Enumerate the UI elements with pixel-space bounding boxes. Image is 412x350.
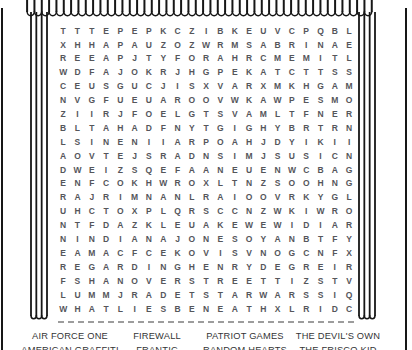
grid-cell-r13c15[interactable]: O: [256, 191, 270, 205]
grid-cell-r7c16[interactable]: L: [270, 107, 284, 121]
grid-cell-r16c7[interactable]: N: [142, 232, 156, 246]
grid-cell-r7c12[interactable]: S: [213, 107, 227, 121]
grid-cell-r17c8[interactable]: E: [156, 246, 170, 260]
grid-cell-r2c15[interactable]: A: [256, 38, 270, 52]
grid-cell-r17c1[interactable]: E: [56, 246, 70, 260]
grid-cell-r9c2[interactable]: S: [70, 135, 84, 149]
grid-cell-r10c6[interactable]: J: [127, 149, 141, 163]
grid-cell-r13c8[interactable]: A: [156, 191, 170, 205]
grid-cell-r2c20[interactable]: A: [328, 38, 342, 52]
grid-cell-r1c19[interactable]: Q: [313, 24, 327, 38]
grid-cell-r17c12[interactable]: I: [213, 246, 227, 260]
grid-cell-r21c14[interactable]: T: [242, 302, 256, 316]
grid-cell-r5c10[interactable]: S: [185, 80, 199, 94]
grid-cell-r10c15[interactable]: J: [256, 149, 270, 163]
grid-cell-r18c18[interactable]: R: [299, 260, 313, 274]
grid-cell-r13c7[interactable]: N: [142, 191, 156, 205]
grid-cell-r1c1[interactable]: T: [56, 24, 70, 38]
grid-cell-r20c8[interactable]: D: [156, 288, 170, 302]
grid-cell-r8c15[interactable]: H: [256, 121, 270, 135]
grid-cell-r17c7[interactable]: C: [142, 246, 156, 260]
grid-cell-r16c17[interactable]: N: [285, 232, 299, 246]
grid-cell-r16c21[interactable]: Y: [342, 232, 356, 246]
grid-cell-r10c9[interactable]: A: [170, 149, 184, 163]
grid-cell-r10c16[interactable]: S: [270, 149, 284, 163]
grid-cell-r18c21[interactable]: R: [342, 260, 356, 274]
grid-cell-r9c3[interactable]: I: [85, 135, 99, 149]
grid-cell-r3c15[interactable]: C: [256, 52, 270, 66]
grid-cell-r9c20[interactable]: I: [328, 135, 342, 149]
grid-cell-r7c9[interactable]: L: [170, 107, 184, 121]
grid-cell-r13c4[interactable]: R: [99, 191, 113, 205]
grid-cell-r3c16[interactable]: M: [270, 52, 284, 66]
grid-cell-r6c7[interactable]: U: [142, 93, 156, 107]
grid-cell-r14c7[interactable]: P: [142, 205, 156, 219]
grid-cell-r21c15[interactable]: H: [256, 302, 270, 316]
grid-cell-r11c3[interactable]: E: [85, 163, 99, 177]
grid-cell-r9c15[interactable]: J: [256, 135, 270, 149]
grid-cell-r2c13[interactable]: M: [228, 38, 242, 52]
grid-cell-r15c13[interactable]: E: [228, 218, 242, 232]
grid-cell-r16c11[interactable]: N: [199, 232, 213, 246]
grid-cell-r4c11[interactable]: G: [199, 66, 213, 80]
grid-cell-r6c9[interactable]: R: [170, 93, 184, 107]
grid-cell-r5c15[interactable]: X: [256, 80, 270, 94]
grid-cell-r20c7[interactable]: A: [142, 288, 156, 302]
grid-cell-r15c6[interactable]: Z: [127, 218, 141, 232]
grid-cell-r1c10[interactable]: Z: [185, 24, 199, 38]
grid-cell-r6c1[interactable]: N: [56, 93, 70, 107]
grid-cell-r21c11[interactable]: N: [199, 302, 213, 316]
grid-cell-r12c9[interactable]: R: [170, 177, 184, 191]
grid-cell-r21c6[interactable]: I: [127, 302, 141, 316]
grid-cell-r19c15[interactable]: T: [256, 274, 270, 288]
grid-cell-r4c8[interactable]: R: [156, 66, 170, 80]
grid-cell-r11c5[interactable]: Z: [113, 163, 127, 177]
grid-cell-r12c8[interactable]: W: [156, 177, 170, 191]
grid-cell-r18c16[interactable]: E: [270, 260, 284, 274]
grid-cell-r20c13[interactable]: A: [228, 288, 242, 302]
grid-cell-r17c10[interactable]: O: [185, 246, 199, 260]
grid-cell-r20c2[interactable]: U: [70, 288, 84, 302]
grid-cell-r9c18[interactable]: I: [299, 135, 313, 149]
grid-cell-r2c21[interactable]: E: [342, 38, 356, 52]
grid-cell-r15c18[interactable]: D: [299, 218, 313, 232]
grid-cell-r11c15[interactable]: E: [256, 163, 270, 177]
grid-cell-r13c21[interactable]: L: [342, 191, 356, 205]
grid-cell-r15c14[interactable]: W: [242, 218, 256, 232]
grid-cell-r7c4[interactable]: R: [99, 107, 113, 121]
grid-cell-r2c5[interactable]: P: [113, 38, 127, 52]
grid-cell-r1c11[interactable]: I: [199, 24, 213, 38]
grid-cell-r3c6[interactable]: J: [127, 52, 141, 66]
grid-cell-r8c6[interactable]: A: [127, 121, 141, 135]
grid-cell-r17c15[interactable]: N: [256, 246, 270, 260]
grid-cell-r1c16[interactable]: V: [270, 24, 284, 38]
grid-cell-r1c21[interactable]: L: [342, 24, 356, 38]
grid-cell-r1c2[interactable]: T: [70, 24, 84, 38]
grid-cell-r20c14[interactable]: R: [242, 288, 256, 302]
grid-cell-r2c12[interactable]: R: [213, 38, 227, 52]
grid-cell-r10c13[interactable]: I: [228, 149, 242, 163]
grid-cell-r21c8[interactable]: S: [156, 302, 170, 316]
grid-cell-r11c10[interactable]: A: [185, 163, 199, 177]
grid-cell-r17c6[interactable]: F: [127, 246, 141, 260]
grid-cell-r6c19[interactable]: S: [313, 93, 327, 107]
grid-cell-r5c21[interactable]: M: [342, 80, 356, 94]
grid-cell-r15c4[interactable]: D: [99, 218, 113, 232]
grid-cell-r10c12[interactable]: S: [213, 149, 227, 163]
grid-cell-r8c14[interactable]: G: [242, 121, 256, 135]
grid-cell-r1c6[interactable]: E: [127, 24, 141, 38]
grid-cell-r19c20[interactable]: T: [328, 274, 342, 288]
grid-cell-r5c17[interactable]: K: [285, 80, 299, 94]
grid-cell-r1c12[interactable]: B: [213, 24, 227, 38]
grid-cell-r12c15[interactable]: Z: [256, 177, 270, 191]
grid-cell-r19c12[interactable]: R: [213, 274, 227, 288]
grid-cell-r6c6[interactable]: E: [127, 93, 141, 107]
grid-cell-r11c6[interactable]: S: [127, 163, 141, 177]
grid-cell-r9c1[interactable]: L: [56, 135, 70, 149]
grid-cell-r8c17[interactable]: B: [285, 121, 299, 135]
grid-cell-r14c17[interactable]: K: [285, 205, 299, 219]
grid-cell-r2c8[interactable]: Z: [156, 38, 170, 52]
grid-cell-r6c5[interactable]: U: [113, 93, 127, 107]
grid-cell-r20c4[interactable]: M: [99, 288, 113, 302]
grid-cell-r13c9[interactable]: N: [170, 191, 184, 205]
grid-cell-r14c14[interactable]: N: [242, 205, 256, 219]
grid-cell-r7c14[interactable]: A: [242, 107, 256, 121]
grid-cell-r17c5[interactable]: C: [113, 246, 127, 260]
grid-cell-r17c20[interactable]: F: [328, 246, 342, 260]
grid-cell-r16c19[interactable]: T: [313, 232, 327, 246]
grid-cell-r15c12[interactable]: K: [213, 218, 227, 232]
grid-cell-r1c4[interactable]: E: [99, 24, 113, 38]
grid-cell-r11c16[interactable]: N: [270, 163, 284, 177]
grid-cell-r14c5[interactable]: O: [113, 205, 127, 219]
grid-cell-r7c8[interactable]: E: [156, 107, 170, 121]
grid-cell-r18c15[interactable]: D: [256, 260, 270, 274]
grid-cell-r9c16[interactable]: D: [270, 135, 284, 149]
grid-cell-r11c12[interactable]: N: [213, 163, 227, 177]
grid-cell-r20c15[interactable]: W: [256, 288, 270, 302]
grid-cell-r20c21[interactable]: Q: [342, 288, 356, 302]
grid-cell-r14c13[interactable]: C: [228, 205, 242, 219]
grid-cell-r3c7[interactable]: T: [142, 52, 156, 66]
grid-cell-r16c5[interactable]: I: [113, 232, 127, 246]
grid-cell-r19c17[interactable]: I: [285, 274, 299, 288]
grid-cell-r10c4[interactable]: T: [99, 149, 113, 163]
grid-cell-r7c21[interactable]: R: [342, 107, 356, 121]
grid-cell-r1c13[interactable]: K: [228, 24, 242, 38]
grid-cell-r17c19[interactable]: N: [313, 246, 327, 260]
grid-cell-r17c9[interactable]: K: [170, 246, 184, 260]
grid-cell-r14c6[interactable]: X: [127, 205, 141, 219]
grid-cell-r5c1[interactable]: C: [56, 80, 70, 94]
grid-cell-r7c1[interactable]: Z: [56, 107, 70, 121]
grid-cell-r4c1[interactable]: W: [56, 66, 70, 80]
grid-cell-r7c15[interactable]: M: [256, 107, 270, 121]
grid-cell-r21c2[interactable]: H: [70, 302, 84, 316]
grid-cell-r13c5[interactable]: I: [113, 191, 127, 205]
grid-cell-r7c18[interactable]: F: [299, 107, 313, 121]
grid-cell-r16c3[interactable]: N: [85, 232, 99, 246]
grid-cell-r2c17[interactable]: R: [285, 38, 299, 52]
grid-cell-r14c4[interactable]: T: [99, 205, 113, 219]
grid-cell-r7c7[interactable]: O: [142, 107, 156, 121]
grid-cell-r7c5[interactable]: J: [113, 107, 127, 121]
grid-cell-r8c9[interactable]: N: [170, 121, 184, 135]
grid-cell-r3c13[interactable]: H: [228, 52, 242, 66]
grid-cell-r2c7[interactable]: U: [142, 38, 156, 52]
grid-cell-r8c4[interactable]: A: [99, 121, 113, 135]
grid-cell-r8c10[interactable]: Y: [185, 121, 199, 135]
grid-cell-r9c9[interactable]: A: [170, 135, 184, 149]
grid-cell-r9c13[interactable]: A: [228, 135, 242, 149]
grid-cell-r3c5[interactable]: P: [113, 52, 127, 66]
word-list-item[interactable]: THE FRISCO KID: [280, 344, 396, 350]
grid-cell-r17c11[interactable]: V: [199, 246, 213, 260]
grid-cell-r10c21[interactable]: N: [342, 149, 356, 163]
grid-cell-r10c11[interactable]: N: [199, 149, 213, 163]
grid-cell-r5c7[interactable]: C: [142, 80, 156, 94]
grid-cell-r12c10[interactable]: O: [185, 177, 199, 191]
grid-cell-r8c13[interactable]: I: [228, 121, 242, 135]
grid-cell-r4c18[interactable]: T: [299, 66, 313, 80]
grid-cell-r12c20[interactable]: N: [328, 177, 342, 191]
grid-cell-r10c7[interactable]: S: [142, 149, 156, 163]
grid-cell-r20c12[interactable]: T: [213, 288, 227, 302]
grid-cell-r1c3[interactable]: T: [85, 24, 99, 38]
grid-cell-r17c18[interactable]: C: [299, 246, 313, 260]
grid-cell-r7c2[interactable]: I: [70, 107, 84, 121]
grid-cell-r9c6[interactable]: N: [127, 135, 141, 149]
grid-cell-r10c20[interactable]: C: [328, 149, 342, 163]
grid-cell-r8c2[interactable]: L: [70, 121, 84, 135]
grid-cell-r18c17[interactable]: G: [285, 260, 299, 274]
grid-cell-r19c4[interactable]: A: [99, 274, 113, 288]
grid-cell-r11c2[interactable]: W: [70, 163, 84, 177]
grid-cell-r2c1[interactable]: X: [56, 38, 70, 52]
grid-cell-r8c5[interactable]: H: [113, 121, 127, 135]
grid-cell-r20c1[interactable]: L: [56, 288, 70, 302]
grid-cell-r18c7[interactable]: I: [142, 260, 156, 274]
grid-cell-r18c6[interactable]: D: [127, 260, 141, 274]
grid-cell-r10c2[interactable]: O: [70, 149, 84, 163]
grid-cell-r4c3[interactable]: F: [85, 66, 99, 80]
grid-cell-r15c7[interactable]: K: [142, 218, 156, 232]
grid-cell-r15c11[interactable]: A: [199, 218, 213, 232]
grid-cell-r3c3[interactable]: E: [85, 52, 99, 66]
grid-cell-r9c5[interactable]: E: [113, 135, 127, 149]
grid-cell-r12c18[interactable]: O: [299, 177, 313, 191]
grid-cell-r9c17[interactable]: Y: [285, 135, 299, 149]
grid-cell-r9c14[interactable]: H: [242, 135, 256, 149]
grid-cell-r15c20[interactable]: A: [328, 218, 342, 232]
grid-cell-r21c17[interactable]: L: [285, 302, 299, 316]
grid-cell-r12c16[interactable]: S: [270, 177, 284, 191]
grid-cell-r4c10[interactable]: H: [185, 66, 199, 80]
grid-cell-r4c2[interactable]: D: [70, 66, 84, 80]
grid-cell-r15c2[interactable]: T: [70, 218, 84, 232]
grid-cell-r21c21[interactable]: C: [342, 302, 356, 316]
grid-cell-r2c4[interactable]: A: [99, 38, 113, 52]
grid-cell-r8c19[interactable]: T: [313, 121, 327, 135]
grid-cell-r18c19[interactable]: E: [313, 260, 327, 274]
grid-cell-r10c17[interactable]: U: [285, 149, 299, 163]
grid-cell-r3c9[interactable]: F: [170, 52, 184, 66]
grid-cell-r6c14[interactable]: K: [242, 93, 256, 107]
grid-cell-r13c13[interactable]: I: [228, 191, 242, 205]
grid-cell-r13c6[interactable]: M: [127, 191, 141, 205]
grid-cell-r6c12[interactable]: V: [213, 93, 227, 107]
grid-cell-r8c11[interactable]: T: [199, 121, 213, 135]
grid-cell-r20c11[interactable]: S: [199, 288, 213, 302]
grid-cell-r3c21[interactable]: L: [342, 52, 356, 66]
grid-cell-r18c4[interactable]: A: [99, 260, 113, 274]
grid-cell-r2c11[interactable]: W: [199, 38, 213, 52]
word-list-item[interactable]: THE DEVIL'S OWN: [280, 330, 396, 344]
grid-cell-r8c3[interactable]: T: [85, 121, 99, 135]
grid-cell-r14c2[interactable]: H: [70, 205, 84, 219]
grid-cell-r3c10[interactable]: O: [185, 52, 199, 66]
grid-cell-r4c6[interactable]: O: [127, 66, 141, 80]
grid-cell-r16c10[interactable]: O: [185, 232, 199, 246]
grid-cell-r15c1[interactable]: N: [56, 218, 70, 232]
grid-cell-r4c14[interactable]: K: [242, 66, 256, 80]
grid-cell-r20c19[interactable]: S: [313, 288, 327, 302]
grid-cell-r21c5[interactable]: L: [113, 302, 127, 316]
grid-cell-r4c9[interactable]: J: [170, 66, 184, 80]
grid-cell-r8c1[interactable]: B: [56, 121, 70, 135]
grid-cell-r14c8[interactable]: L: [156, 205, 170, 219]
grid-cell-r11c14[interactable]: U: [242, 163, 256, 177]
grid-cell-r12c3[interactable]: F: [85, 177, 99, 191]
grid-cell-r21c10[interactable]: E: [185, 302, 199, 316]
grid-cell-r7c11[interactable]: T: [199, 107, 213, 121]
grid-cell-r21c4[interactable]: T: [99, 302, 113, 316]
grid-cell-r18c5[interactable]: R: [113, 260, 127, 274]
grid-cell-r9c11[interactable]: P: [199, 135, 213, 149]
grid-cell-r6c20[interactable]: M: [328, 93, 342, 107]
grid-cell-r11c11[interactable]: A: [199, 163, 213, 177]
grid-cell-r1c17[interactable]: C: [285, 24, 299, 38]
grid-cell-r12c7[interactable]: H: [142, 177, 156, 191]
grid-cell-r19c16[interactable]: T: [270, 274, 284, 288]
grid-cell-r18c12[interactable]: N: [213, 260, 227, 274]
grid-cell-r5c9[interactable]: I: [170, 80, 184, 94]
grid-cell-r13c2[interactable]: A: [70, 191, 84, 205]
grid-cell-r19c19[interactable]: S: [313, 274, 327, 288]
grid-cell-r4c16[interactable]: T: [270, 66, 284, 80]
grid-cell-r5c4[interactable]: S: [99, 80, 113, 94]
grid-cell-r17c2[interactable]: A: [70, 246, 84, 260]
grid-cell-r7c10[interactable]: G: [185, 107, 199, 121]
grid-cell-r1c18[interactable]: P: [299, 24, 313, 38]
grid-cell-r19c10[interactable]: S: [185, 274, 199, 288]
grid-cell-r2c9[interactable]: O: [170, 38, 184, 52]
grid-cell-r3c8[interactable]: Y: [156, 52, 170, 66]
grid-cell-r8c16[interactable]: Y: [270, 121, 284, 135]
grid-cell-r12c11[interactable]: X: [199, 177, 213, 191]
grid-cell-r14c9[interactable]: Q: [170, 205, 184, 219]
grid-cell-r19c5[interactable]: N: [113, 274, 127, 288]
grid-cell-r13c10[interactable]: L: [185, 191, 199, 205]
grid-cell-r15c21[interactable]: R: [342, 218, 356, 232]
grid-cell-r4c5[interactable]: J: [113, 66, 127, 80]
grid-cell-r1c9[interactable]: C: [170, 24, 184, 38]
grid-cell-r3c14[interactable]: R: [242, 52, 256, 66]
grid-cell-r9c7[interactable]: I: [142, 135, 156, 149]
grid-cell-r5c8[interactable]: J: [156, 80, 170, 94]
grid-cell-r2c6[interactable]: A: [127, 38, 141, 52]
grid-cell-r21c19[interactable]: I: [313, 302, 327, 316]
grid-cell-r16c8[interactable]: A: [156, 232, 170, 246]
grid-cell-r10c10[interactable]: D: [185, 149, 199, 163]
grid-cell-r13c3[interactable]: J: [85, 191, 99, 205]
grid-cell-r16c18[interactable]: B: [299, 232, 313, 246]
grid-cell-r1c7[interactable]: P: [142, 24, 156, 38]
grid-cell-r12c14[interactable]: N: [242, 177, 256, 191]
grid-cell-r19c13[interactable]: E: [228, 274, 242, 288]
grid-cell-r20c16[interactable]: A: [270, 288, 284, 302]
grid-cell-r21c20[interactable]: D: [328, 302, 342, 316]
grid-cell-r10c18[interactable]: S: [299, 149, 313, 163]
grid-cell-r18c10[interactable]: H: [185, 260, 199, 274]
grid-cell-r14c16[interactable]: W: [270, 205, 284, 219]
grid-cell-r1c5[interactable]: P: [113, 24, 127, 38]
grid-cell-r15c8[interactable]: L: [156, 218, 170, 232]
grid-cell-r5c18[interactable]: H: [299, 80, 313, 94]
grid-cell-r17c13[interactable]: S: [228, 246, 242, 260]
grid-cell-r3c19[interactable]: I: [313, 52, 327, 66]
grid-cell-r4c19[interactable]: T: [313, 66, 327, 80]
grid-cell-r13c12[interactable]: A: [213, 191, 227, 205]
grid-cell-r13c20[interactable]: G: [328, 191, 342, 205]
grid-cell-r4c20[interactable]: S: [328, 66, 342, 80]
grid-cell-r11c7[interactable]: Q: [142, 163, 156, 177]
grid-cell-r8c8[interactable]: F: [156, 121, 170, 135]
grid-cell-r17c16[interactable]: O: [270, 246, 284, 260]
grid-cell-r9c19[interactable]: K: [313, 135, 327, 149]
grid-cell-r11c21[interactable]: G: [342, 163, 356, 177]
grid-cell-r18c14[interactable]: Y: [242, 260, 256, 274]
grid-cell-r5c14[interactable]: R: [242, 80, 256, 94]
grid-cell-r11c4[interactable]: I: [99, 163, 113, 177]
grid-cell-r11c9[interactable]: F: [170, 163, 184, 177]
grid-cell-r20c6[interactable]: R: [127, 288, 141, 302]
grid-cell-r13c1[interactable]: R: [56, 191, 70, 205]
grid-cell-r15c16[interactable]: W: [270, 218, 284, 232]
grid-cell-r14c3[interactable]: C: [85, 205, 99, 219]
grid-cell-r18c9[interactable]: G: [170, 260, 184, 274]
grid-cell-r6c17[interactable]: P: [285, 93, 299, 107]
grid-cell-r13c17[interactable]: R: [285, 191, 299, 205]
grid-cell-r6c18[interactable]: E: [299, 93, 313, 107]
grid-cell-r4c4[interactable]: A: [99, 66, 113, 80]
grid-cell-r19c2[interactable]: S: [70, 274, 84, 288]
grid-cell-r11c1[interactable]: D: [56, 163, 70, 177]
grid-cell-r18c1[interactable]: R: [56, 260, 70, 274]
grid-cell-r3c1[interactable]: R: [56, 52, 70, 66]
grid-cell-r5c3[interactable]: U: [85, 80, 99, 94]
grid-cell-r5c6[interactable]: U: [127, 80, 141, 94]
grid-cell-r21c9[interactable]: B: [170, 302, 184, 316]
grid-cell-r19c7[interactable]: V: [142, 274, 156, 288]
grid-cell-r5c19[interactable]: G: [313, 80, 327, 94]
grid-cell-r8c12[interactable]: G: [213, 121, 227, 135]
grid-cell-r6c8[interactable]: A: [156, 93, 170, 107]
